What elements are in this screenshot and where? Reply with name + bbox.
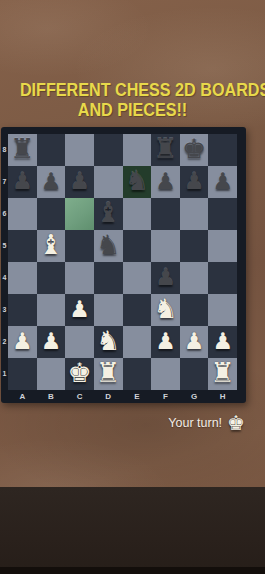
rank-label-1: 1: [1, 358, 8, 390]
square-g1[interactable]: [180, 358, 209, 390]
square-c5[interactable]: [65, 230, 94, 262]
black-rook: ♜: [153, 134, 177, 164]
black-pawn: ♟: [155, 262, 176, 292]
square-a1[interactable]: [8, 358, 37, 390]
rank-label-2: 2: [1, 326, 8, 358]
black-pawn: ♟: [155, 166, 176, 196]
file-label-h: H: [208, 390, 237, 403]
rank-label-5: 5: [1, 230, 8, 262]
square-a6[interactable]: [8, 198, 37, 230]
square-d6[interactable]: ♝: [94, 198, 123, 230]
square-b5[interactable]: ♝: [37, 230, 66, 262]
white-king: ♚: [67, 358, 91, 388]
square-h7[interactable]: ♟: [208, 166, 237, 198]
square-e7[interactable]: ♞: [123, 166, 152, 198]
chess-board: 87654321 ♜♜♚♟♟♟♞♟♟♟♝♝♞♟♟♞♟♟♞♟♟♟♚♜♜ ABCDE…: [1, 127, 246, 403]
square-h3[interactable]: [208, 294, 237, 326]
square-a8[interactable]: ♜: [8, 134, 37, 166]
square-c1[interactable]: ♚: [65, 358, 94, 390]
square-d3[interactable]: [94, 294, 123, 326]
square-e1[interactable]: [123, 358, 152, 390]
white-pawn: ♟: [69, 294, 90, 324]
white-rook: ♜: [211, 358, 235, 388]
square-a3[interactable]: [8, 294, 37, 326]
app-screen: DIFFERENT CHESS 2D BOARDS AND PIECES!! 8…: [0, 0, 265, 574]
file-label-g: G: [180, 390, 209, 403]
white-pawn: ♟: [155, 326, 176, 356]
square-c7[interactable]: ♟: [65, 166, 94, 198]
square-f7[interactable]: ♟: [151, 166, 180, 198]
square-f5[interactable]: [151, 230, 180, 262]
square-f3[interactable]: ♞: [151, 294, 180, 326]
square-g5[interactable]: [180, 230, 209, 262]
rank-label-6: 6: [1, 198, 8, 230]
square-d4[interactable]: [94, 262, 123, 294]
square-d8[interactable]: [94, 134, 123, 166]
turn-text: Your turn!: [168, 416, 222, 430]
bottom-bar: Restart Undo Home: [0, 487, 265, 574]
square-a7[interactable]: ♟: [8, 166, 37, 198]
square-b1[interactable]: [37, 358, 66, 390]
black-pawn: ♟: [41, 166, 62, 196]
rank-label-4: 4: [1, 262, 8, 294]
square-e5[interactable]: [123, 230, 152, 262]
promo-title-line2: AND PIECES!!: [20, 100, 245, 120]
square-h6[interactable]: [208, 198, 237, 230]
promo-title-line1: DIFFERENT CHESS 2D BOARDS: [20, 80, 245, 100]
square-g7[interactable]: ♟: [180, 166, 209, 198]
square-h2[interactable]: ♟: [208, 326, 237, 358]
rank-label-3: 3: [1, 294, 8, 326]
board-squares: ♜♜♚♟♟♟♞♟♟♟♝♝♞♟♟♞♟♟♞♟♟♟♚♜♜: [8, 134, 237, 390]
file-label-c: C: [65, 390, 94, 403]
black-pawn: ♟: [212, 166, 233, 196]
file-label-e: E: [123, 390, 152, 403]
white-pawn: ♟: [212, 326, 233, 356]
square-d7[interactable]: [94, 166, 123, 198]
square-c3[interactable]: ♟: [65, 294, 94, 326]
square-g3[interactable]: [180, 294, 209, 326]
square-c4[interactable]: [65, 262, 94, 294]
square-g2[interactable]: ♟: [180, 326, 209, 358]
black-king: ♚: [182, 134, 206, 164]
file-labels: ABCDEFGH: [8, 390, 237, 403]
turn-indicator: Your turn! ♚: [168, 410, 245, 436]
square-d1[interactable]: ♜: [94, 358, 123, 390]
rank-label-7: 7: [1, 166, 8, 198]
black-bishop: ♝: [96, 198, 120, 228]
rank-labels: 87654321: [1, 134, 8, 390]
square-a2[interactable]: ♟: [8, 326, 37, 358]
black-pawn: ♟: [12, 166, 33, 196]
white-king-icon: ♚: [227, 410, 245, 436]
file-label-d: D: [94, 390, 123, 403]
white-bishop: ♝: [39, 230, 63, 260]
square-h4[interactable]: [208, 262, 237, 294]
square-e8[interactable]: [123, 134, 152, 166]
square-b6[interactable]: [37, 198, 66, 230]
promo-title: DIFFERENT CHESS 2D BOARDS AND PIECES!!: [20, 80, 245, 120]
square-f8[interactable]: ♜: [151, 134, 180, 166]
square-g6[interactable]: [180, 198, 209, 230]
square-b2[interactable]: ♟: [37, 326, 66, 358]
white-rook: ♜: [96, 358, 120, 388]
rank-label-8: 8: [1, 134, 8, 166]
white-knight: ♞: [96, 326, 120, 356]
file-label-f: F: [151, 390, 180, 403]
square-c8[interactable]: [65, 134, 94, 166]
square-c2[interactable]: [65, 326, 94, 358]
square-a4[interactable]: [8, 262, 37, 294]
square-d5[interactable]: ♞: [94, 230, 123, 262]
square-e2[interactable]: [123, 326, 152, 358]
square-a5[interactable]: [8, 230, 37, 262]
square-h5[interactable]: [208, 230, 237, 262]
black-pawn: ♟: [184, 166, 205, 196]
square-g8[interactable]: ♚: [180, 134, 209, 166]
square-e3[interactable]: [123, 294, 152, 326]
square-g4[interactable]: [180, 262, 209, 294]
square-d2[interactable]: ♞: [94, 326, 123, 358]
square-h1[interactable]: ♜: [208, 358, 237, 390]
white-knight: ♞: [153, 294, 177, 324]
square-f4[interactable]: ♟: [151, 262, 180, 294]
black-rook: ♜: [10, 134, 34, 164]
white-pawn: ♟: [184, 326, 205, 356]
black-knight: ♞: [96, 230, 120, 260]
square-f1[interactable]: [151, 358, 180, 390]
square-f2[interactable]: ♟: [151, 326, 180, 358]
file-label-a: A: [8, 390, 37, 403]
file-label-b: B: [37, 390, 66, 403]
black-knight: ♞: [125, 166, 149, 196]
square-b3[interactable]: [37, 294, 66, 326]
square-b4[interactable]: [37, 262, 66, 294]
white-pawn: ♟: [41, 326, 62, 356]
square-h8[interactable]: [208, 134, 237, 166]
square-b8[interactable]: [37, 134, 66, 166]
square-e6[interactable]: [123, 198, 152, 230]
white-pawn: ♟: [12, 326, 33, 356]
square-b7[interactable]: ♟: [37, 166, 66, 198]
square-e4[interactable]: [123, 262, 152, 294]
square-c6[interactable]: [65, 198, 94, 230]
black-pawn: ♟: [69, 166, 90, 196]
square-f6[interactable]: [151, 198, 180, 230]
